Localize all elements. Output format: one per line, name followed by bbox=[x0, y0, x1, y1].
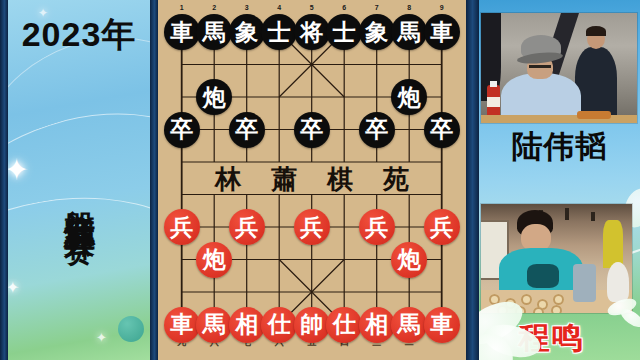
board-on-table bbox=[577, 111, 611, 119]
board-point bbox=[231, 276, 264, 309]
board-point bbox=[263, 81, 296, 114]
board-point bbox=[393, 48, 426, 81]
board-point bbox=[231, 243, 264, 276]
piece-red[interactable]: 兵 bbox=[164, 209, 200, 245]
board-point bbox=[426, 48, 459, 81]
board-point bbox=[393, 113, 426, 146]
piece-black[interactable]: 卒 bbox=[229, 112, 265, 148]
board-point bbox=[166, 178, 199, 211]
board-point: 兵 bbox=[296, 211, 329, 244]
piece-red[interactable]: 兵 bbox=[424, 209, 460, 245]
board-point: 卒 bbox=[296, 113, 329, 146]
board-point: 相 bbox=[231, 308, 264, 341]
piece-black[interactable]: 炮 bbox=[196, 79, 232, 115]
board-point bbox=[198, 113, 231, 146]
file-label: 9 bbox=[426, 4, 459, 11]
board-point: 卒 bbox=[361, 113, 394, 146]
piece-black[interactable]: 車 bbox=[424, 14, 460, 50]
board-point bbox=[393, 211, 426, 244]
board-point bbox=[426, 243, 459, 276]
board-point: 仕 bbox=[263, 308, 296, 341]
board-point: 象 bbox=[361, 16, 394, 49]
piece-black[interactable]: 卒 bbox=[164, 112, 200, 148]
board-point bbox=[263, 243, 296, 276]
pitcher bbox=[573, 264, 596, 302]
board-point bbox=[361, 81, 394, 114]
board-point bbox=[328, 81, 361, 114]
board-point: 炮 bbox=[198, 243, 231, 276]
board-point: 車 bbox=[426, 16, 459, 49]
board-point bbox=[198, 48, 231, 81]
board-point bbox=[361, 48, 394, 81]
piece-red[interactable]: 炮 bbox=[196, 242, 232, 278]
file-label: 3 bbox=[231, 4, 264, 11]
board-point: 馬 bbox=[198, 308, 231, 341]
table-piece bbox=[551, 305, 562, 313]
piece-red[interactable]: 帥 bbox=[294, 307, 330, 343]
player-name-top: 陆伟韬 bbox=[479, 126, 640, 168]
board-point: 帥 bbox=[296, 308, 329, 341]
board-point: 炮 bbox=[393, 243, 426, 276]
board-point: 炮 bbox=[198, 81, 231, 114]
piece-black[interactable]: 卒 bbox=[294, 112, 330, 148]
xiangqi-board: 123456789 九八七六五四三二一 車馬象士将士象馬車炮炮卒卒卒卒卒兵兵兵兵… bbox=[158, 0, 466, 360]
right-board-frame bbox=[466, 0, 479, 360]
board-point: 兵 bbox=[231, 211, 264, 244]
piece-black[interactable]: 象 bbox=[229, 14, 265, 50]
board-point bbox=[198, 276, 231, 309]
players-panel: 陆伟韬 程鸣 bbox=[479, 0, 640, 360]
board-point bbox=[166, 146, 199, 179]
tournament-banner: ✦ ✦ ✦ ✦ 2023年 磐安伟业杯公开赛 bbox=[8, 0, 150, 360]
board-point: 仕 bbox=[328, 308, 361, 341]
left-edge-strip bbox=[0, 0, 8, 360]
ceiling-light bbox=[565, 208, 569, 220]
piece-black[interactable]: 象 bbox=[359, 14, 395, 50]
piece-red[interactable]: 兵 bbox=[359, 209, 395, 245]
board-point bbox=[263, 276, 296, 309]
board-point: 兵 bbox=[426, 211, 459, 244]
piece-red[interactable]: 兵 bbox=[294, 209, 330, 245]
piece-black[interactable]: 将 bbox=[294, 14, 330, 50]
board-point bbox=[328, 276, 361, 309]
piece-black[interactable]: 炮 bbox=[391, 79, 427, 115]
board-point bbox=[166, 81, 199, 114]
shirt-graphic bbox=[527, 264, 559, 288]
piece-black[interactable]: 馬 bbox=[391, 14, 427, 50]
piece-black[interactable]: 士 bbox=[261, 14, 297, 50]
board-point bbox=[263, 113, 296, 146]
board-point bbox=[231, 81, 264, 114]
board-point bbox=[393, 276, 426, 309]
board-point: 車 bbox=[426, 308, 459, 341]
board-point: 象 bbox=[231, 16, 264, 49]
banner-event-title: 磐安伟业杯公开赛 bbox=[8, 52, 150, 344]
piece-black[interactable]: 卒 bbox=[424, 112, 460, 148]
board-point: 馬 bbox=[198, 16, 231, 49]
piece-red[interactable]: 炮 bbox=[391, 242, 427, 278]
piece-black[interactable]: 馬 bbox=[196, 14, 232, 50]
board-point bbox=[296, 243, 329, 276]
piece-red[interactable]: 仕 bbox=[261, 307, 297, 343]
piece-red[interactable]: 仕 bbox=[326, 307, 362, 343]
board-point: 卒 bbox=[426, 113, 459, 146]
board-point: 士 bbox=[263, 16, 296, 49]
board-point: 車 bbox=[166, 308, 199, 341]
file-label: 1 bbox=[166, 4, 199, 11]
board-point: 車 bbox=[166, 16, 199, 49]
board-point: 将 bbox=[296, 16, 329, 49]
table-piece bbox=[533, 307, 544, 313]
bystander-yellow-shirt bbox=[603, 220, 623, 268]
board-point: 炮 bbox=[393, 81, 426, 114]
board-point bbox=[328, 243, 361, 276]
bottle-label bbox=[487, 97, 500, 107]
board-point: 馬 bbox=[393, 16, 426, 49]
board-point bbox=[166, 276, 199, 309]
piece-red[interactable]: 相 bbox=[229, 307, 265, 343]
board-point: 卒 bbox=[166, 113, 199, 146]
piece-red[interactable]: 車 bbox=[424, 307, 460, 343]
board-point: 士 bbox=[328, 16, 361, 49]
bottle-cap bbox=[490, 81, 497, 87]
file-label: 8 bbox=[393, 4, 426, 11]
piece-black[interactable]: 車 bbox=[164, 14, 200, 50]
table-piece bbox=[553, 294, 564, 305]
board-point bbox=[263, 211, 296, 244]
ceiling-light bbox=[591, 212, 595, 221]
file-label: 2 bbox=[198, 4, 231, 11]
piece-red[interactable]: 兵 bbox=[229, 209, 265, 245]
player-glasses bbox=[529, 65, 551, 68]
kettle bbox=[607, 262, 629, 302]
board-point bbox=[198, 211, 231, 244]
table-piece bbox=[521, 294, 532, 305]
board-point bbox=[328, 113, 361, 146]
board-point bbox=[166, 48, 199, 81]
board-point: 卒 bbox=[231, 113, 264, 146]
piece-red[interactable]: 馬 bbox=[196, 307, 232, 343]
piece-black[interactable]: 士 bbox=[326, 14, 362, 50]
board-point bbox=[296, 48, 329, 81]
board-point bbox=[231, 48, 264, 81]
river-inscription: 林蕭棋苑 bbox=[215, 162, 439, 197]
board-point bbox=[296, 81, 329, 114]
board-coords-top: 123456789 bbox=[166, 4, 459, 11]
board-point: 兵 bbox=[166, 211, 199, 244]
file-label: 7 bbox=[361, 4, 394, 11]
board-point: 相 bbox=[361, 308, 394, 341]
board-point bbox=[426, 276, 459, 309]
board-point bbox=[426, 81, 459, 114]
board-point bbox=[166, 243, 199, 276]
board-point bbox=[328, 48, 361, 81]
standing-man-hair bbox=[586, 26, 606, 36]
board-point bbox=[361, 243, 394, 276]
board-point: 馬 bbox=[393, 308, 426, 341]
piece-red[interactable]: 馬 bbox=[391, 307, 427, 343]
piece-red[interactable]: 車 bbox=[164, 307, 200, 343]
left-board-frame bbox=[150, 0, 158, 360]
board-point bbox=[263, 48, 296, 81]
board-point bbox=[361, 276, 394, 309]
player-photo-top bbox=[481, 13, 637, 123]
board-point bbox=[296, 276, 329, 309]
piece-black[interactable]: 卒 bbox=[359, 112, 395, 148]
board-point: 兵 bbox=[361, 211, 394, 244]
table-edge bbox=[481, 115, 637, 123]
board-point bbox=[328, 211, 361, 244]
piece-red[interactable]: 相 bbox=[359, 307, 395, 343]
file-label: 5 bbox=[296, 4, 329, 11]
player-photo-bottom bbox=[481, 204, 632, 313]
file-label: 6 bbox=[328, 4, 361, 11]
file-label: 4 bbox=[263, 4, 296, 11]
